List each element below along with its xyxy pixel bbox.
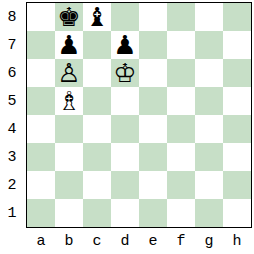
rank-label-7: 7 xyxy=(0,31,24,59)
rank-label-2: 2 xyxy=(0,171,24,199)
rank-label-3: 3 xyxy=(0,143,24,171)
black-pawn[interactable]: ♟ xyxy=(113,31,136,59)
square-h5[interactable] xyxy=(223,87,251,115)
square-a5[interactable] xyxy=(27,87,55,115)
file-label-b: b xyxy=(55,231,83,252)
square-d2[interactable] xyxy=(111,171,139,199)
square-d6[interactable]: ♔ xyxy=(111,59,139,87)
rank-label-5: 5 xyxy=(0,87,24,115)
square-a4[interactable] xyxy=(27,115,55,143)
square-c8[interactable]: ♝ xyxy=(83,3,111,31)
square-b5[interactable]: ♗ xyxy=(55,87,83,115)
square-f7[interactable] xyxy=(167,31,195,59)
square-a2[interactable] xyxy=(27,171,55,199)
square-b2[interactable] xyxy=(55,171,83,199)
square-b1[interactable] xyxy=(55,199,83,227)
square-d1[interactable] xyxy=(111,199,139,227)
square-e8[interactable] xyxy=(139,3,167,31)
square-c5[interactable] xyxy=(83,87,111,115)
square-c3[interactable] xyxy=(83,143,111,171)
rank-label-8: 8 xyxy=(0,3,24,31)
square-a3[interactable] xyxy=(27,143,55,171)
square-g2[interactable] xyxy=(195,171,223,199)
square-f2[interactable] xyxy=(167,171,195,199)
square-e7[interactable] xyxy=(139,31,167,59)
square-d7[interactable]: ♟ xyxy=(111,31,139,59)
square-c1[interactable] xyxy=(83,199,111,227)
square-b4[interactable] xyxy=(55,115,83,143)
square-f8[interactable] xyxy=(167,3,195,31)
rank-labels: 87654321 xyxy=(0,3,24,227)
file-label-g: g xyxy=(195,231,223,252)
square-e3[interactable] xyxy=(139,143,167,171)
file-label-a: a xyxy=(27,231,55,252)
file-label-h: h xyxy=(223,231,251,252)
square-f5[interactable] xyxy=(167,87,195,115)
square-c2[interactable] xyxy=(83,171,111,199)
black-bishop[interactable]: ♝ xyxy=(85,3,108,31)
square-h2[interactable] xyxy=(223,171,251,199)
square-h6[interactable] xyxy=(223,59,251,87)
square-b7[interactable]: ♟ xyxy=(55,31,83,59)
white-king[interactable]: ♔ xyxy=(113,59,136,87)
rank-label-1: 1 xyxy=(0,199,24,227)
square-h7[interactable] xyxy=(223,31,251,59)
square-b8[interactable]: ♚ xyxy=(55,3,83,31)
square-d8[interactable] xyxy=(111,3,139,31)
square-a8[interactable] xyxy=(27,3,55,31)
file-label-c: c xyxy=(83,231,111,252)
square-c7[interactable] xyxy=(83,31,111,59)
square-a7[interactable] xyxy=(27,31,55,59)
square-a6[interactable] xyxy=(27,59,55,87)
square-e5[interactable] xyxy=(139,87,167,115)
black-king[interactable]: ♚ xyxy=(57,3,80,31)
white-pawn[interactable]: ♙ xyxy=(57,59,80,87)
square-b6[interactable]: ♙ xyxy=(55,59,83,87)
square-d4[interactable] xyxy=(111,115,139,143)
file-labels: abcdefgh xyxy=(27,231,251,252)
square-b3[interactable] xyxy=(55,143,83,171)
square-f1[interactable] xyxy=(167,199,195,227)
square-f4[interactable] xyxy=(167,115,195,143)
square-h8[interactable] xyxy=(223,3,251,31)
square-a1[interactable] xyxy=(27,199,55,227)
square-c6[interactable] xyxy=(83,59,111,87)
square-g7[interactable] xyxy=(195,31,223,59)
white-bishop[interactable]: ♗ xyxy=(57,87,80,115)
square-f3[interactable] xyxy=(167,143,195,171)
square-e1[interactable] xyxy=(139,199,167,227)
black-pawn[interactable]: ♟ xyxy=(57,31,80,59)
square-d3[interactable] xyxy=(111,143,139,171)
square-h1[interactable] xyxy=(223,199,251,227)
square-g3[interactable] xyxy=(195,143,223,171)
square-g1[interactable] xyxy=(195,199,223,227)
square-c4[interactable] xyxy=(83,115,111,143)
file-label-e: e xyxy=(139,231,167,252)
square-g5[interactable] xyxy=(195,87,223,115)
chess-diagram: 87654321 ♚♝♟♟♙♔♗ abcdefgh xyxy=(0,0,254,254)
square-g6[interactable] xyxy=(195,59,223,87)
rank-label-4: 4 xyxy=(0,115,24,143)
square-d5[interactable] xyxy=(111,87,139,115)
square-h3[interactable] xyxy=(223,143,251,171)
file-label-f: f xyxy=(167,231,195,252)
square-g8[interactable] xyxy=(195,3,223,31)
square-e6[interactable] xyxy=(139,59,167,87)
chess-board: ♚♝♟♟♙♔♗ xyxy=(26,2,252,228)
rank-label-6: 6 xyxy=(0,59,24,87)
square-f6[interactable] xyxy=(167,59,195,87)
square-h4[interactable] xyxy=(223,115,251,143)
file-label-d: d xyxy=(111,231,139,252)
square-e4[interactable] xyxy=(139,115,167,143)
square-e2[interactable] xyxy=(139,171,167,199)
square-g4[interactable] xyxy=(195,115,223,143)
